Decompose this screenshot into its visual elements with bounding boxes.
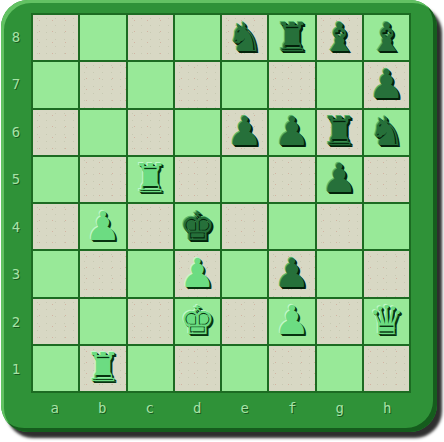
square-e6[interactable]: ♟ xyxy=(222,110,267,155)
piece-black-bishop[interactable]: ♝ xyxy=(368,17,404,57)
square-g3[interactable] xyxy=(317,251,362,296)
square-a6[interactable] xyxy=(33,110,78,155)
square-f7[interactable] xyxy=(269,62,314,107)
rank-label-4: 4 xyxy=(3,203,29,251)
square-h1[interactable] xyxy=(364,346,409,391)
square-f6[interactable]: ♟ xyxy=(269,110,314,155)
rank-label-3: 3 xyxy=(3,251,29,299)
rank-label-6: 6 xyxy=(3,108,29,156)
square-c6[interactable] xyxy=(128,110,173,155)
square-a3[interactable] xyxy=(33,251,78,296)
file-label-g: g xyxy=(316,396,364,420)
piece-white-rook[interactable]: ♜ xyxy=(132,158,168,198)
square-d6[interactable] xyxy=(175,110,220,155)
square-a8[interactable] xyxy=(33,15,78,60)
file-label-e: e xyxy=(221,396,269,420)
square-d5[interactable] xyxy=(175,157,220,202)
square-h8[interactable]: ♝ xyxy=(364,15,409,60)
file-labels: abcdefgh xyxy=(31,396,411,420)
square-e1[interactable] xyxy=(222,346,267,391)
rank-label-5: 5 xyxy=(3,156,29,204)
square-b5[interactable] xyxy=(80,157,125,202)
piece-white-pawn[interactable]: ♟ xyxy=(274,300,310,340)
square-f1[interactable] xyxy=(269,346,314,391)
square-a5[interactable] xyxy=(33,157,78,202)
square-f3[interactable]: ♟ xyxy=(269,251,314,296)
file-label-h: h xyxy=(364,396,412,420)
piece-black-knight[interactable]: ♞ xyxy=(368,111,404,151)
square-b4[interactable]: ♟ xyxy=(80,204,125,249)
square-f8[interactable]: ♜ xyxy=(269,15,314,60)
board-grid: ♞♜♝♝♟♟♟♜♞♜♟♟♚♟♟♚♟♛♜ xyxy=(31,13,411,393)
square-d4[interactable]: ♚ xyxy=(175,204,220,249)
square-c3[interactable] xyxy=(128,251,173,296)
file-label-d: d xyxy=(174,396,222,420)
rank-label-2: 2 xyxy=(3,298,29,346)
piece-white-rook[interactable]: ♜ xyxy=(85,347,121,387)
square-a7[interactable] xyxy=(33,62,78,107)
file-label-c: c xyxy=(126,396,174,420)
piece-white-queen[interactable]: ♛ xyxy=(368,300,404,340)
square-g2[interactable] xyxy=(317,299,362,344)
square-h4[interactable] xyxy=(364,204,409,249)
piece-black-knight[interactable]: ♞ xyxy=(227,17,263,57)
square-e2[interactable] xyxy=(222,299,267,344)
square-c4[interactable] xyxy=(128,204,173,249)
square-g7[interactable] xyxy=(317,62,362,107)
piece-black-pawn[interactable]: ♟ xyxy=(274,111,310,151)
square-g6[interactable]: ♜ xyxy=(317,110,362,155)
square-d7[interactable] xyxy=(175,62,220,107)
square-e5[interactable] xyxy=(222,157,267,202)
square-h2[interactable]: ♛ xyxy=(364,299,409,344)
square-f2[interactable]: ♟ xyxy=(269,299,314,344)
square-b7[interactable] xyxy=(80,62,125,107)
piece-white-king[interactable]: ♚ xyxy=(179,300,215,340)
file-label-f: f xyxy=(269,396,317,420)
square-e7[interactable] xyxy=(222,62,267,107)
piece-white-pawn[interactable]: ♟ xyxy=(85,206,121,246)
piece-black-pawn[interactable]: ♟ xyxy=(368,64,404,104)
square-c5[interactable]: ♜ xyxy=(128,157,173,202)
square-b2[interactable] xyxy=(80,299,125,344)
rank-label-7: 7 xyxy=(3,61,29,109)
square-f5[interactable] xyxy=(269,157,314,202)
square-g8[interactable]: ♝ xyxy=(317,15,362,60)
rank-label-1: 1 xyxy=(3,346,29,394)
file-label-b: b xyxy=(79,396,127,420)
square-a1[interactable] xyxy=(33,346,78,391)
square-g5[interactable]: ♟ xyxy=(317,157,362,202)
piece-white-pawn[interactable]: ♟ xyxy=(179,253,215,293)
square-a4[interactable] xyxy=(33,204,78,249)
file-label-a: a xyxy=(31,396,79,420)
square-c8[interactable] xyxy=(128,15,173,60)
square-b1[interactable]: ♜ xyxy=(80,346,125,391)
square-d3[interactable]: ♟ xyxy=(175,251,220,296)
chess-board: 87654321 abcdefgh ♞♜♝♝♟♟♟♜♞♜♟♟♚♟♟♚♟♛♜ xyxy=(0,0,444,442)
square-e8[interactable]: ♞ xyxy=(222,15,267,60)
piece-black-rook[interactable]: ♜ xyxy=(321,111,357,151)
square-e4[interactable] xyxy=(222,204,267,249)
piece-black-king[interactable]: ♚ xyxy=(179,206,215,246)
square-d2[interactable]: ♚ xyxy=(175,299,220,344)
piece-black-pawn[interactable]: ♟ xyxy=(274,253,310,293)
square-d8[interactable] xyxy=(175,15,220,60)
rank-labels: 87654321 xyxy=(3,13,29,393)
square-b6[interactable] xyxy=(80,110,125,155)
rank-label-8: 8 xyxy=(3,13,29,61)
square-c2[interactable] xyxy=(128,299,173,344)
square-g1[interactable] xyxy=(317,346,362,391)
piece-black-bishop[interactable]: ♝ xyxy=(321,17,357,57)
piece-black-pawn[interactable]: ♟ xyxy=(227,111,263,151)
square-f4[interactable] xyxy=(269,204,314,249)
square-b8[interactable] xyxy=(80,15,125,60)
square-g4[interactable] xyxy=(317,204,362,249)
square-h6[interactable]: ♞ xyxy=(364,110,409,155)
square-h3[interactable] xyxy=(364,251,409,296)
square-h5[interactable] xyxy=(364,157,409,202)
square-c1[interactable] xyxy=(128,346,173,391)
square-h7[interactable]: ♟ xyxy=(364,62,409,107)
square-a2[interactable] xyxy=(33,299,78,344)
square-d1[interactable] xyxy=(175,346,220,391)
square-b3[interactable] xyxy=(80,251,125,296)
square-c7[interactable] xyxy=(128,62,173,107)
piece-black-pawn[interactable]: ♟ xyxy=(321,158,357,198)
square-e3[interactable] xyxy=(222,251,267,296)
piece-black-rook[interactable]: ♜ xyxy=(274,17,310,57)
